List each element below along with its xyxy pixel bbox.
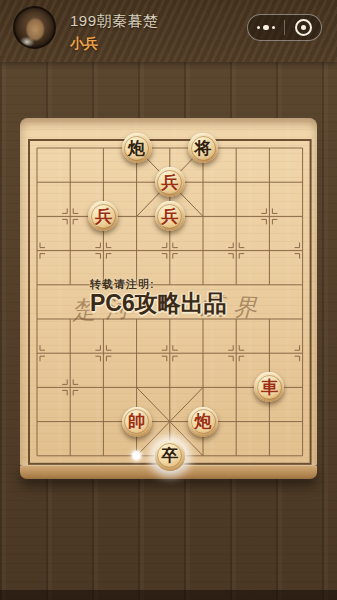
- piece-red-general[interactable]: 帥: [122, 407, 152, 437]
- watermark-brand: PC6攻略出品: [90, 292, 227, 315]
- piece-red-soldier[interactable]: 兵: [155, 201, 185, 231]
- piece-black-cannon[interactable]: 炮: [122, 133, 152, 163]
- move-origin-dot: [131, 450, 142, 461]
- piece-character: 車: [261, 379, 278, 396]
- watermark-note: 转载请注明:: [90, 279, 227, 290]
- piece-red-soldier[interactable]: 兵: [88, 201, 118, 231]
- piece-character: 炮: [195, 413, 212, 430]
- piece-character: 兵: [95, 208, 112, 225]
- piece-red-cannon[interactable]: 炮: [188, 407, 218, 437]
- piece-character: 兵: [161, 174, 178, 191]
- bottom-bar: 锦 14 UCBUG 20 游戏网 .com: [0, 538, 337, 600]
- piece-character: 将: [195, 140, 212, 157]
- bottom-strip: [0, 590, 337, 600]
- app-screen: 199朝秦暮楚 小兵 楚河 漢界 炮将兵兵兵車帥炮卒 转载请注明: PC6攻略出…: [0, 0, 337, 600]
- piece-character: 炮: [128, 140, 145, 157]
- piece-character: 卒: [161, 447, 178, 464]
- piece-character: 兵: [161, 208, 178, 225]
- center-watermark: 转载请注明: PC6攻略出品: [90, 279, 227, 315]
- piece-red-soldier[interactable]: 兵: [155, 167, 185, 197]
- piece-black-soldier[interactable]: 卒: [155, 441, 185, 471]
- piece-character: 帥: [128, 413, 145, 430]
- piece-black-general[interactable]: 将: [188, 133, 218, 163]
- piece-red-chariot[interactable]: 車: [254, 372, 284, 402]
